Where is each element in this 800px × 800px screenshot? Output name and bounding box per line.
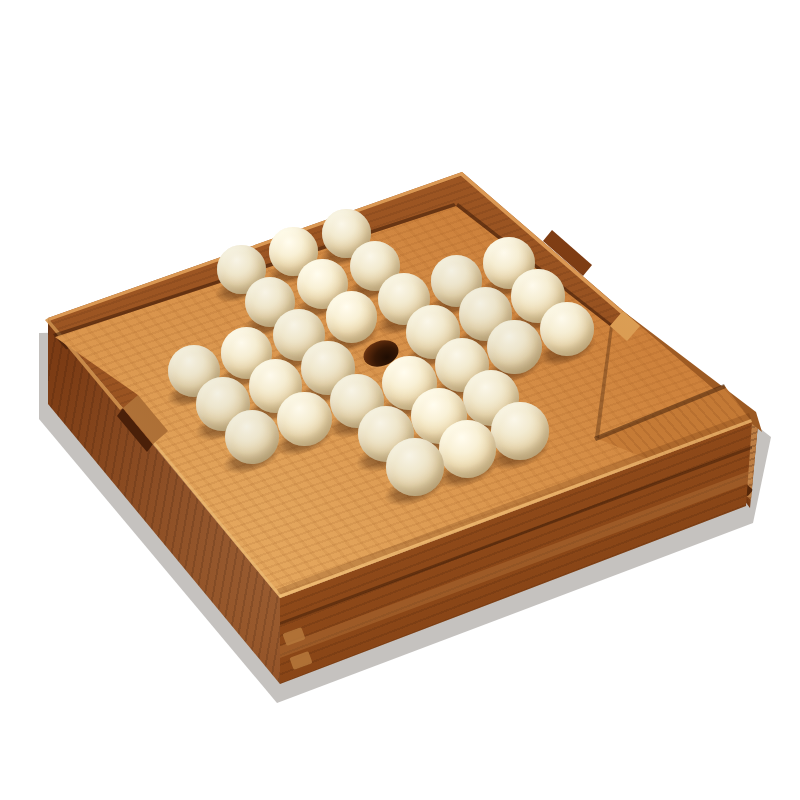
peg-ball-r7c4[interactable] bbox=[439, 420, 496, 477]
peg-ball-r5c2[interactable] bbox=[277, 392, 332, 447]
peg-ball-r5c6[interactable] bbox=[487, 320, 542, 375]
peg-ball-r7c5[interactable] bbox=[491, 402, 548, 459]
peg-balls-layer bbox=[0, 0, 800, 800]
peg-ball-r5c1[interactable] bbox=[225, 410, 280, 465]
peg-solitaire-product-photo bbox=[0, 0, 800, 800]
peg-ball-r5c7[interactable] bbox=[540, 302, 595, 357]
peg-ball-r3c4[interactable] bbox=[326, 291, 378, 343]
peg-ball-r7c3[interactable] bbox=[386, 438, 443, 495]
